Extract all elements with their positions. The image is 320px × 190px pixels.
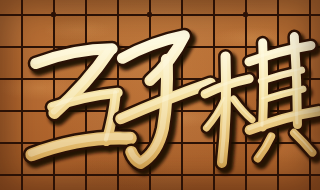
title-char-qi — [200, 34, 320, 168]
title-calligraphy — [0, 0, 320, 190]
title-screen: 五子棋 — [0, 0, 320, 190]
